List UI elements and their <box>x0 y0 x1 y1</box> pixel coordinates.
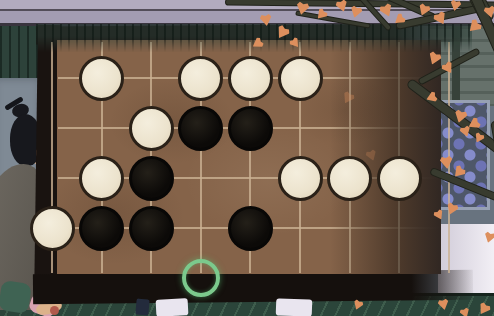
white-stone <box>178 56 223 101</box>
white-tabi-sock <box>156 298 189 316</box>
white-stone <box>79 156 124 201</box>
white-stone <box>278 56 323 101</box>
black-stone <box>129 206 174 251</box>
white-stone <box>79 56 124 101</box>
black-stone <box>178 106 223 151</box>
black-stone <box>79 206 124 251</box>
white-tabi-sock <box>276 298 313 316</box>
white-stone <box>278 156 323 201</box>
character-sash <box>0 280 32 314</box>
black-stone <box>129 156 174 201</box>
red-trinket <box>50 306 59 315</box>
next-move-marker[interactable] <box>182 259 220 297</box>
white-stone <box>327 156 372 201</box>
black-stone <box>228 106 273 151</box>
board-frame-bottom <box>33 270 473 305</box>
bamboo-blind <box>36 24 472 54</box>
white-stone <box>377 156 422 201</box>
white-stone <box>228 56 273 101</box>
game-screenshot <box>0 0 494 316</box>
white-stone <box>129 106 174 151</box>
navy-item <box>135 298 149 315</box>
black-stone <box>228 206 273 251</box>
white-stone <box>30 206 75 251</box>
